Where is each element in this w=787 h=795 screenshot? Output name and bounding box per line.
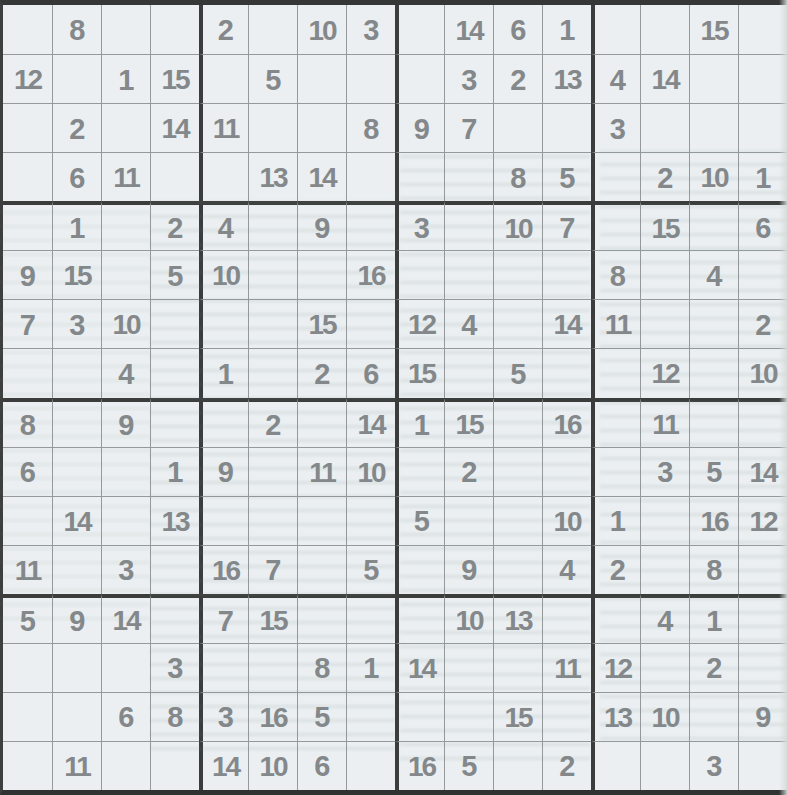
- cell-r2c15[interactable]: [689, 54, 738, 103]
- given-digit: 13: [259, 164, 286, 192]
- cell-r7c5[interactable]: [199, 299, 248, 348]
- cell-r14c11[interactable]: [493, 643, 542, 692]
- cell-r14c7: 8: [297, 643, 346, 692]
- cell-r9c7[interactable]: [297, 398, 346, 447]
- given-digit: 9: [461, 556, 477, 585]
- cell-r15c8[interactable]: [346, 692, 395, 741]
- cell-r1c2: 8: [52, 5, 101, 54]
- given-digit: 9: [69, 607, 85, 636]
- given-digit: 5: [510, 360, 526, 389]
- given-digit: 14: [212, 753, 239, 781]
- given-digit: 8: [69, 16, 85, 45]
- cell-r4c9[interactable]: [395, 152, 444, 201]
- cell-r13c3: 14: [101, 594, 150, 643]
- cell-r2c16[interactable]: [738, 54, 787, 103]
- cell-r14c6[interactable]: [248, 643, 297, 692]
- cell-r2c3: 1: [101, 54, 150, 103]
- cell-r3c15[interactable]: [689, 103, 738, 152]
- cell-r5c7: 9: [297, 201, 346, 250]
- given-digit: 14: [63, 508, 90, 536]
- cell-r1c6[interactable]: [248, 5, 297, 54]
- cell-r15c5: 3: [199, 692, 248, 741]
- given-digit: 11: [113, 164, 139, 192]
- cell-r13c9[interactable]: [395, 594, 444, 643]
- given-digit: 2: [706, 654, 722, 683]
- cell-r2c2[interactable]: [52, 54, 101, 103]
- given-digit: 8: [610, 262, 626, 291]
- given-digit: 10: [308, 17, 335, 45]
- cell-r15c3: 6: [101, 692, 150, 741]
- cell-r14c9: 14: [395, 643, 444, 692]
- cell-r5c1[interactable]: [3, 201, 52, 250]
- cell-r4c16: 1: [738, 152, 787, 201]
- cell-r1c7: 10: [297, 5, 346, 54]
- cell-r8c5: 1: [199, 348, 248, 397]
- cell-r2c12: 13: [542, 54, 591, 103]
- cell-r6c9[interactable]: [395, 250, 444, 299]
- cell-r16c1[interactable]: [3, 741, 52, 790]
- given-digit: 9: [118, 411, 134, 440]
- given-digit: 3: [118, 556, 134, 585]
- cell-r3c11[interactable]: [493, 103, 542, 152]
- cell-r12c15: 8: [689, 545, 738, 594]
- cell-r9c3: 9: [101, 398, 150, 447]
- cell-r4c1[interactable]: [3, 152, 52, 201]
- cell-r6c14[interactable]: [640, 250, 689, 299]
- given-digit: 13: [161, 508, 188, 536]
- cell-r10c4: 1: [150, 447, 199, 496]
- cell-r12c8: 5: [346, 545, 395, 594]
- cell-r7c14[interactable]: [640, 299, 689, 348]
- cell-r1c14[interactable]: [640, 5, 689, 54]
- given-digit: 1: [610, 507, 626, 536]
- cell-r8c1[interactable]: [3, 348, 52, 397]
- cell-r3c6[interactable]: [248, 103, 297, 152]
- cell-r15c4: 8: [150, 692, 199, 741]
- cell-r15c14: 10: [640, 692, 689, 741]
- given-digit: 16: [212, 557, 239, 585]
- cell-r2c10: 3: [444, 54, 493, 103]
- cell-r8c12[interactable]: [542, 348, 591, 397]
- cell-r15c7: 5: [297, 692, 346, 741]
- cell-r12c2[interactable]: [52, 545, 101, 594]
- cell-r2c6: 5: [248, 54, 297, 103]
- given-digit: 9: [20, 262, 36, 291]
- cell-r1c1[interactable]: [3, 5, 52, 54]
- given-digit: 3: [167, 654, 183, 683]
- given-digit: 11: [213, 115, 239, 143]
- cell-r6c2: 15: [52, 250, 101, 299]
- cell-r5c2: 1: [52, 201, 101, 250]
- cell-r5c9: 3: [395, 201, 444, 250]
- cell-r6c13: 8: [591, 250, 640, 299]
- cell-r15c11: 15: [493, 692, 542, 741]
- cell-r8c14: 12: [640, 348, 689, 397]
- cell-r7c11[interactable]: [493, 299, 542, 348]
- cell-r14c16[interactable]: [738, 643, 787, 692]
- cell-r4c4[interactable]: [150, 152, 199, 201]
- cell-r13c7[interactable]: [297, 594, 346, 643]
- given-digit: 14: [455, 17, 482, 45]
- cell-r8c4[interactable]: [150, 348, 199, 397]
- cell-r14c3[interactable]: [101, 643, 150, 692]
- cell-r14c14[interactable]: [640, 643, 689, 692]
- cell-r16c10: 5: [444, 741, 493, 790]
- given-digit: 14: [749, 459, 776, 487]
- cell-r16c13[interactable]: [591, 741, 640, 790]
- cell-r10c6[interactable]: [248, 447, 297, 496]
- cell-r11c5[interactable]: [199, 496, 248, 545]
- cell-r9c10: 15: [444, 398, 493, 447]
- given-digit: 14: [161, 115, 188, 143]
- cell-r10c16: 14: [738, 447, 787, 496]
- cell-r8c11: 5: [493, 348, 542, 397]
- given-digit: 16: [700, 508, 727, 536]
- cell-r10c3[interactable]: [101, 447, 150, 496]
- cell-r14c1[interactable]: [3, 643, 52, 692]
- cell-r3c2: 2: [52, 103, 101, 152]
- cell-r9c5[interactable]: [199, 398, 248, 447]
- cell-r14c4: 3: [150, 643, 199, 692]
- cell-r2c11: 2: [493, 54, 542, 103]
- given-digit: 7: [461, 115, 477, 144]
- cell-r12c7[interactable]: [297, 545, 346, 594]
- cell-r5c4: 2: [150, 201, 199, 250]
- cell-r9c2[interactable]: [52, 398, 101, 447]
- given-digit: 12: [651, 360, 678, 388]
- cell-r11c10[interactable]: [444, 496, 493, 545]
- cell-r13c16[interactable]: [738, 594, 787, 643]
- cell-r7c3: 10: [101, 299, 150, 348]
- cell-r6c6[interactable]: [248, 250, 297, 299]
- cell-r7c4[interactable]: [150, 299, 199, 348]
- given-digit: 15: [504, 704, 531, 732]
- cell-r2c1: 12: [3, 54, 52, 103]
- cell-r13c8[interactable]: [346, 594, 395, 643]
- cell-r9c14: 11: [640, 398, 689, 447]
- given-digit: 11: [15, 557, 41, 585]
- cell-r16c5: 14: [199, 741, 248, 790]
- cell-r8c6[interactable]: [248, 348, 297, 397]
- cell-r1c4[interactable]: [150, 5, 199, 54]
- cell-r6c16[interactable]: [738, 250, 787, 299]
- cell-r9c6: 2: [248, 398, 297, 447]
- cell-r11c1[interactable]: [3, 496, 52, 545]
- given-digit: 5: [265, 66, 281, 95]
- cell-r4c5[interactable]: [199, 152, 248, 201]
- given-digit: 14: [651, 66, 678, 94]
- cell-r5c3[interactable]: [101, 201, 150, 250]
- cell-r11c4: 13: [150, 496, 199, 545]
- cell-r2c14: 14: [640, 54, 689, 103]
- cell-r1c16[interactable]: [738, 5, 787, 54]
- cell-r15c15[interactable]: [689, 692, 738, 741]
- cell-r5c15[interactable]: [689, 201, 738, 250]
- given-digit: 9: [414, 115, 430, 144]
- given-digit: 1: [167, 458, 183, 487]
- cell-r7c7: 15: [297, 299, 346, 348]
- cell-r5c5: 4: [199, 201, 248, 250]
- cell-r15c2[interactable]: [52, 692, 101, 741]
- given-digit: 14: [357, 411, 384, 439]
- given-digit: 5: [20, 607, 36, 636]
- cell-r3c1[interactable]: [3, 103, 52, 152]
- cell-r12c10: 9: [444, 545, 493, 594]
- cell-r15c12[interactable]: [542, 692, 591, 741]
- cell-r3c14[interactable]: [640, 103, 689, 152]
- given-digit: 6: [510, 16, 526, 45]
- given-digit: 5: [461, 752, 477, 781]
- given-digit: 1: [414, 411, 430, 440]
- given-digit: 9: [218, 458, 234, 487]
- cell-r1c15: 15: [689, 5, 738, 54]
- cell-r9c11[interactable]: [493, 398, 542, 447]
- cell-r6c3[interactable]: [101, 250, 150, 299]
- cell-r16c4[interactable]: [150, 741, 199, 790]
- cell-r13c14: 4: [640, 594, 689, 643]
- cell-r3c12[interactable]: [542, 103, 591, 152]
- cell-r10c5: 9: [199, 447, 248, 496]
- cell-r3c5: 11: [199, 103, 248, 152]
- cell-r5c13[interactable]: [591, 201, 640, 250]
- cell-r4c8[interactable]: [346, 152, 395, 201]
- given-digit: 3: [610, 115, 626, 144]
- cell-r11c3[interactable]: [101, 496, 150, 545]
- cell-r8c16: 10: [738, 348, 787, 397]
- cell-r15c9[interactable]: [395, 692, 444, 741]
- cell-r11c12: 10: [542, 496, 591, 545]
- given-digit: 8: [167, 703, 183, 732]
- given-digit: 2: [559, 752, 575, 781]
- cell-r15c13: 13: [591, 692, 640, 741]
- given-digit: 15: [308, 311, 335, 339]
- given-digit: 13: [553, 66, 580, 94]
- cell-r9c13[interactable]: [591, 398, 640, 447]
- given-digit: 10: [700, 164, 727, 192]
- cell-r10c11[interactable]: [493, 447, 542, 496]
- cell-r8c3: 4: [101, 348, 150, 397]
- cell-r6c12[interactable]: [542, 250, 591, 299]
- cell-r1c9[interactable]: [395, 5, 444, 54]
- cell-r1c13[interactable]: [591, 5, 640, 54]
- cell-r12c1: 11: [3, 545, 52, 594]
- cell-r11c11[interactable]: [493, 496, 542, 545]
- cell-r5c6[interactable]: [248, 201, 297, 250]
- cell-r5c10[interactable]: [444, 201, 493, 250]
- given-digit: 10: [553, 508, 580, 536]
- given-digit: 2: [755, 311, 771, 340]
- cell-r3c16[interactable]: [738, 103, 787, 152]
- cell-r5c11: 10: [493, 201, 542, 250]
- cell-r1c3[interactable]: [101, 5, 150, 54]
- cell-r10c2[interactable]: [52, 447, 101, 496]
- given-digit: 13: [504, 607, 531, 635]
- cell-r9c15[interactable]: [689, 398, 738, 447]
- given-digit: 11: [64, 753, 90, 781]
- cell-r2c8[interactable]: [346, 54, 395, 103]
- given-digit: 5: [414, 507, 430, 536]
- given-digit: 4: [218, 214, 234, 243]
- cell-r12c3: 3: [101, 545, 150, 594]
- cell-r10c15: 5: [689, 447, 738, 496]
- cell-r16c8[interactable]: [346, 741, 395, 790]
- given-digit: 16: [357, 262, 384, 290]
- cell-r11c7[interactable]: [297, 496, 346, 545]
- given-digit: 8: [363, 115, 379, 144]
- cell-r3c7[interactable]: [297, 103, 346, 152]
- cell-r7c6[interactable]: [248, 299, 297, 348]
- given-digit: 10: [259, 753, 286, 781]
- cell-r1c10: 14: [444, 5, 493, 54]
- given-digit: 3: [363, 16, 379, 45]
- cell-r16c12: 2: [542, 741, 591, 790]
- cell-r2c9[interactable]: [395, 54, 444, 103]
- cell-r8c9: 15: [395, 348, 444, 397]
- cell-r5c8[interactable]: [346, 201, 395, 250]
- cell-r4c3: 11: [101, 152, 150, 201]
- cell-r9c16[interactable]: [738, 398, 787, 447]
- given-digit: 4: [657, 607, 673, 636]
- given-digit: 3: [657, 458, 673, 487]
- cell-r2c5[interactable]: [199, 54, 248, 103]
- cell-r16c6: 10: [248, 741, 297, 790]
- cell-r6c11[interactable]: [493, 250, 542, 299]
- cell-r14c15: 2: [689, 643, 738, 692]
- cell-r12c11[interactable]: [493, 545, 542, 594]
- given-digit: 15: [408, 360, 435, 388]
- cell-r10c10: 2: [444, 447, 493, 496]
- cell-r4c10[interactable]: [444, 152, 493, 201]
- cell-r7c2: 3: [52, 299, 101, 348]
- cell-r4c2: 6: [52, 152, 101, 201]
- given-digit: 7: [218, 607, 234, 636]
- cell-r13c13[interactable]: [591, 594, 640, 643]
- given-digit: 5: [314, 703, 330, 732]
- cell-r10c13[interactable]: [591, 447, 640, 496]
- given-digit: 3: [218, 703, 234, 732]
- cell-r6c5: 10: [199, 250, 248, 299]
- cell-r7c8[interactable]: [346, 299, 395, 348]
- cell-r4c13[interactable]: [591, 152, 640, 201]
- cell-r7c15[interactable]: [689, 299, 738, 348]
- given-digit: 6: [118, 703, 134, 732]
- given-digit: 15: [651, 215, 678, 243]
- cell-r12c16[interactable]: [738, 545, 787, 594]
- cell-r10c1: 6: [3, 447, 52, 496]
- cell-r12c9[interactable]: [395, 545, 444, 594]
- cell-r4c11: 8: [493, 152, 542, 201]
- cell-r2c7[interactable]: [297, 54, 346, 103]
- cell-r3c13: 3: [591, 103, 640, 152]
- given-digit: 12: [408, 311, 435, 339]
- cell-r14c5[interactable]: [199, 643, 248, 692]
- cell-r13c12[interactable]: [542, 594, 591, 643]
- given-digit: 4: [610, 66, 626, 95]
- cell-r9c4[interactable]: [150, 398, 199, 447]
- given-digit: 2: [314, 360, 330, 389]
- given-digit: 10: [455, 607, 482, 635]
- cell-r12c6: 7: [248, 545, 297, 594]
- given-digit: 2: [265, 411, 281, 440]
- given-digit: 9: [755, 703, 771, 732]
- cell-r4c7: 14: [297, 152, 346, 201]
- cell-r9c9: 1: [395, 398, 444, 447]
- cell-r10c14: 3: [640, 447, 689, 496]
- cell-r11c15: 16: [689, 496, 738, 545]
- cell-r12c4[interactable]: [150, 545, 199, 594]
- cell-r10c12[interactable]: [542, 447, 591, 496]
- given-digit: 15: [700, 17, 727, 45]
- cell-r8c15[interactable]: [689, 348, 738, 397]
- cell-r11c8[interactable]: [346, 496, 395, 545]
- cell-r5c16: 6: [738, 201, 787, 250]
- given-digit: 15: [259, 607, 286, 635]
- cell-r16c11[interactable]: [493, 741, 542, 790]
- given-digit: 5: [706, 458, 722, 487]
- cell-r5c12: 7: [542, 201, 591, 250]
- given-digit: 15: [455, 411, 482, 439]
- given-digit: 10: [112, 311, 139, 339]
- cell-r11c2: 14: [52, 496, 101, 545]
- cell-r13c4[interactable]: [150, 594, 199, 643]
- cell-r6c8: 16: [346, 250, 395, 299]
- cell-r15c10[interactable]: [444, 692, 493, 741]
- cell-r12c14[interactable]: [640, 545, 689, 594]
- cell-r8c2[interactable]: [52, 348, 101, 397]
- cell-r14c2[interactable]: [52, 643, 101, 692]
- cell-r14c10[interactable]: [444, 643, 493, 692]
- cell-r8c8: 6: [346, 348, 395, 397]
- given-digit: 6: [69, 164, 85, 193]
- given-digit: 2: [461, 458, 477, 487]
- cell-r16c16[interactable]: [738, 741, 787, 790]
- cell-r6c10[interactable]: [444, 250, 493, 299]
- cell-r8c10[interactable]: [444, 348, 493, 397]
- sudoku-puzzle-scan: 8210314611512115532134142141189736111314…: [0, 0, 787, 795]
- cell-r7c9: 12: [395, 299, 444, 348]
- cell-r16c3[interactable]: [101, 741, 150, 790]
- cell-r7c10: 4: [444, 299, 493, 348]
- cell-r8c13[interactable]: [591, 348, 640, 397]
- cell-r10c7: 11: [297, 447, 346, 496]
- given-digit: 12: [14, 66, 41, 94]
- cell-r7c12: 14: [542, 299, 591, 348]
- given-digit: 14: [408, 655, 435, 683]
- cell-r15c1[interactable]: [3, 692, 52, 741]
- cell-r6c7[interactable]: [297, 250, 346, 299]
- cell-r3c3[interactable]: [101, 103, 150, 152]
- given-digit: 9: [314, 214, 330, 243]
- cell-r16c15: 3: [689, 741, 738, 790]
- given-digit: 8: [510, 164, 526, 193]
- given-digit: 10: [357, 459, 384, 487]
- cell-r3c4: 14: [150, 103, 199, 152]
- cell-r10c9[interactable]: [395, 447, 444, 496]
- cell-r2c13: 4: [591, 54, 640, 103]
- given-digit: 16: [259, 704, 286, 732]
- cell-r14c13: 12: [591, 643, 640, 692]
- cell-r13c1: 5: [3, 594, 52, 643]
- given-digit: 3: [414, 214, 430, 243]
- given-digit: 10: [651, 704, 678, 732]
- given-digit: 7: [20, 311, 36, 340]
- cell-r13c2: 9: [52, 594, 101, 643]
- cell-r11c6[interactable]: [248, 496, 297, 545]
- cell-r1c8: 3: [346, 5, 395, 54]
- cell-r11c14[interactable]: [640, 496, 689, 545]
- cell-r16c14[interactable]: [640, 741, 689, 790]
- given-digit: 1: [218, 360, 234, 389]
